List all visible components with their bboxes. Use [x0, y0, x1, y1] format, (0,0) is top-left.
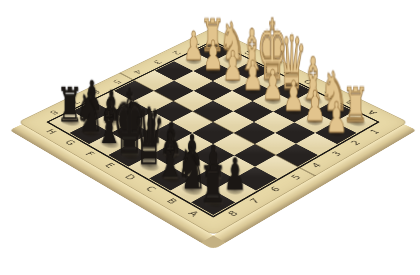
rank-label-left-3: 3	[150, 59, 163, 66]
rank-label-left-2: 2	[170, 49, 183, 56]
chess-board: HGFEDCBA HGFEDCBA 12345678 12345678 ♜♞♝♛…	[18, 28, 408, 236]
chess-set-photo: HGFEDCBA HGFEDCBA 12345678 12345678 ♜♞♝♛…	[0, 0, 420, 275]
file-label-far-e: E	[282, 68, 295, 75]
file-label-far-d: D	[302, 78, 317, 85]
file-label-far-h: H	[223, 40, 237, 47]
rank-label-left-1: 1	[189, 40, 202, 46]
perspective-stage: HGFEDCBA HGFEDCBA 12345678 12345678 ♜♞♝♛…	[0, 0, 420, 275]
file-label-far-g: G	[242, 49, 256, 56]
file-label-far-f: F	[262, 59, 275, 65]
